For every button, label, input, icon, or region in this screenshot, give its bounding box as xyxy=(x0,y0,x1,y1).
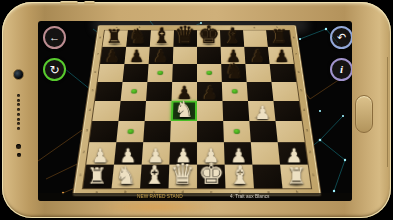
square-c7[interactable] xyxy=(149,47,174,64)
square-a8[interactable] xyxy=(103,30,128,46)
square-c6[interactable] xyxy=(147,64,172,82)
square-b5[interactable] xyxy=(121,82,148,101)
square-a5[interactable] xyxy=(95,82,122,101)
square-a4[interactable] xyxy=(92,101,120,121)
coord-rank-right-2: 2 xyxy=(308,151,313,154)
info-button[interactable]: i xyxy=(330,58,352,81)
coord-rank-right-1: 1 xyxy=(311,174,316,177)
move-hint-dot[interactable] xyxy=(234,129,240,134)
coord-rank-right-4: 4 xyxy=(302,109,307,112)
square-d8[interactable] xyxy=(173,30,197,46)
piece-white-knight-d4[interactable]: ♞ xyxy=(171,95,197,121)
square-b8[interactable] xyxy=(126,30,151,46)
piece-white-bishop-f1[interactable]: ♝ xyxy=(225,160,254,189)
turn-indicator: 4. Trait aux Blancs xyxy=(230,194,269,199)
coord-file-top-e: e xyxy=(207,26,211,28)
square-f4[interactable] xyxy=(222,101,249,121)
square-b7[interactable] xyxy=(124,47,149,64)
coord-rank-left-3: 3 xyxy=(84,129,89,132)
square-f6[interactable] xyxy=(221,64,246,82)
game-mode-label: NEW RATED STAND xyxy=(137,194,183,199)
antenna-seam xyxy=(387,57,388,167)
piece-black-pawn-e5[interactable]: ♟ xyxy=(197,75,222,101)
square-e8[interactable] xyxy=(197,30,221,46)
app-screen: aabbccddeeffgghh1122334455667788 ♜♞♝♛♚♝♜… xyxy=(38,21,352,201)
arrow-left-icon: ← xyxy=(49,32,60,43)
square-a6[interactable] xyxy=(98,64,125,82)
move-hint-dot[interactable] xyxy=(232,89,238,93)
square-g2[interactable] xyxy=(251,142,280,164)
piece-shadow xyxy=(154,42,170,46)
coord-file-top-h: h xyxy=(275,26,279,28)
piece-shadow xyxy=(177,42,192,46)
coord-rank-left-7: 7 xyxy=(96,53,100,55)
restart-button[interactable]: ↻ xyxy=(43,58,66,81)
square-g7[interactable] xyxy=(244,47,269,64)
coord-file-top-g: g xyxy=(252,26,256,28)
square-h4[interactable] xyxy=(273,101,301,121)
square-c5[interactable] xyxy=(146,82,172,101)
front-camera xyxy=(13,69,24,80)
square-h7[interactable] xyxy=(268,47,294,64)
undo-button[interactable]: ↶ xyxy=(330,26,352,49)
coord-rank-right-7: 7 xyxy=(294,53,298,55)
chess-board: aabbccddeeffgghh1122334455667788 ♜♞♝♛♚♝♜… xyxy=(73,26,321,196)
coord-file-top-c: c xyxy=(161,26,165,28)
square-c8[interactable] xyxy=(150,30,174,46)
piece-shadow xyxy=(130,42,146,46)
square-b4[interactable] xyxy=(118,101,146,121)
coord-file-top-d: d xyxy=(184,26,188,28)
move-hint-dot[interactable] xyxy=(127,129,134,134)
move-hint-dot[interactable] xyxy=(131,89,137,93)
coord-rank-right-8: 8 xyxy=(292,37,296,39)
piece-shadow xyxy=(104,59,120,63)
undo-icon: ↶ xyxy=(337,32,346,43)
square-g1[interactable] xyxy=(252,165,282,189)
square-e4[interactable] xyxy=(197,101,223,121)
coord-rank-right-5: 5 xyxy=(299,89,304,91)
piece-shadow xyxy=(201,42,216,46)
coord-file-top-b: b xyxy=(138,26,142,28)
coord-file-top-f: f xyxy=(229,26,233,28)
earpiece-speaker-grille xyxy=(16,94,20,130)
piece-white-knight-b1[interactable]: ♞ xyxy=(111,160,140,189)
coord-rank-right-3: 3 xyxy=(305,129,310,132)
piece-shadow xyxy=(273,59,289,63)
piece-white-bishop-c1[interactable]: ♝ xyxy=(140,160,169,189)
square-g3[interactable] xyxy=(249,121,277,142)
home-button[interactable] xyxy=(355,95,373,133)
square-f5[interactable] xyxy=(222,82,248,101)
piece-white-pawn-g4[interactable]: ♟ xyxy=(249,95,275,121)
square-a7[interactable] xyxy=(100,47,126,64)
coord-rank-left-6: 6 xyxy=(93,71,97,73)
screenshot-stage: aabbccddeeffgghh1122334455667788 ♜♞♝♛♚♝♜… xyxy=(0,0,393,220)
square-g8[interactable] xyxy=(243,30,268,46)
coord-rank-right-6: 6 xyxy=(296,71,300,73)
back-button[interactable]: ← xyxy=(43,26,66,49)
square-e7[interactable] xyxy=(197,47,221,64)
coord-rank-left-5: 5 xyxy=(90,89,95,91)
coord-rank-left-4: 4 xyxy=(87,109,92,112)
piece-shadow xyxy=(226,77,242,81)
piece-shadow xyxy=(249,59,265,63)
volume-button[interactable] xyxy=(84,1,95,4)
square-h6[interactable] xyxy=(270,64,297,82)
piece-white-king-e1[interactable]: ♚ xyxy=(197,160,226,189)
piece-shadow xyxy=(153,59,169,63)
piece-shadow xyxy=(271,42,287,46)
coord-file-top-a: a xyxy=(115,26,119,28)
piece-white-rook-h1[interactable]: ♜ xyxy=(282,160,311,189)
piece-shadow xyxy=(107,42,123,46)
restart-icon: ↻ xyxy=(49,64,59,76)
power-button[interactable] xyxy=(60,1,78,4)
status-bar: NEW RATED STAND 4. Trait aux Blancs xyxy=(38,193,352,201)
square-f8[interactable] xyxy=(220,30,244,46)
proximity-sensor xyxy=(16,144,21,149)
square-c4[interactable] xyxy=(145,101,172,121)
notification-led xyxy=(17,153,21,157)
piece-shadow xyxy=(225,42,241,46)
info-icon: i xyxy=(340,64,343,75)
phone-frame: aabbccddeeffgghh1122334455667788 ♜♞♝♛♚♝♜… xyxy=(2,2,391,218)
square-f7[interactable] xyxy=(221,47,246,64)
coord-rank-left-8: 8 xyxy=(98,37,102,39)
square-h8[interactable] xyxy=(266,30,291,46)
square-b6[interactable] xyxy=(123,64,149,82)
piece-white-rook-a1[interactable]: ♜ xyxy=(83,160,112,189)
square-g6[interactable] xyxy=(245,64,271,82)
piece-white-queen-d1[interactable]: ♛ xyxy=(168,160,197,189)
square-h5[interactable] xyxy=(271,82,298,101)
light-leak-effect xyxy=(94,200,219,214)
piece-shadow xyxy=(129,59,145,63)
move-hint-dot[interactable] xyxy=(157,71,163,75)
square-d7[interactable] xyxy=(173,47,197,64)
piece-shadow xyxy=(225,59,241,63)
